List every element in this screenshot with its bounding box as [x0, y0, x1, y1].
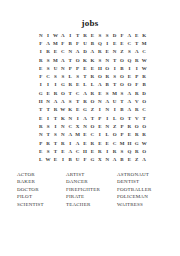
grid-cell-r7c8[interactable]: L	[89, 81, 96, 89]
grid-cell-r12c8[interactable]: O	[89, 122, 96, 130]
grid-cell-r14c14[interactable]: G	[133, 139, 140, 147]
grid-cell-r1c14[interactable]: E	[133, 31, 140, 39]
word-item-scientist[interactable]: SCIENTIST	[17, 201, 66, 208]
grid-cell-r5c1[interactable]: E	[37, 64, 44, 72]
grid-cell-r3c10[interactable]: E	[104, 48, 111, 56]
grid-cell-r12c3[interactable]: I	[52, 122, 59, 130]
grid-cell-r13c6[interactable]: M	[74, 131, 81, 139]
grid-cell-r12c7[interactable]: N	[81, 122, 88, 130]
grid-cell-r14c5[interactable]: I	[67, 139, 74, 147]
grid-cell-r5c6[interactable]: P	[74, 64, 81, 72]
grid-cell-r16c7[interactable]: F	[81, 155, 88, 163]
grid-cell-r3c14[interactable]: A	[133, 48, 140, 56]
word-item-footballer[interactable]: FOOTBALLER	[117, 186, 173, 193]
word-item-pirate[interactable]: PIRATE	[66, 193, 117, 200]
grid-cell-r15c2[interactable]: S	[44, 147, 51, 155]
grid-cell-r8c3[interactable]: R	[52, 89, 59, 97]
word-item-pilot[interactable]: PILOT	[17, 193, 66, 200]
grid-cell-r5c9[interactable]: H	[96, 64, 103, 72]
grid-cell-r12c12[interactable]: P	[118, 122, 125, 130]
grid-cell-r8c5[interactable]: T	[67, 89, 74, 97]
grid-cell-r1c1[interactable]: N	[37, 31, 44, 39]
grid-cell-r12c4[interactable]: N	[59, 122, 66, 130]
grid-cell-r14c2[interactable]: R	[44, 139, 51, 147]
grid-cell-r11c14[interactable]: V	[133, 114, 140, 122]
grid-cell-r9c4[interactable]: A	[59, 97, 66, 105]
grid-cell-r11c7[interactable]: A	[81, 114, 88, 122]
grid-cell-r4c3[interactable]: M	[52, 56, 59, 64]
grid-cell-r2c10[interactable]: I	[104, 39, 111, 47]
grid-cell-r10c9[interactable]: I	[96, 106, 103, 114]
word-item-baker[interactable]: BAKER	[17, 178, 66, 185]
grid-cell-r6c1[interactable]: F	[37, 72, 44, 80]
grid-cell-r16c12[interactable]: B	[118, 155, 125, 163]
grid-cell-r5c4[interactable]: N	[59, 64, 66, 72]
grid-cell-r1c15[interactable]: K	[140, 31, 147, 39]
grid-cell-r14c10[interactable]: E	[104, 139, 111, 147]
grid-cell-r12c2[interactable]: S	[44, 122, 51, 130]
grid-cell-r13c4[interactable]: N	[59, 131, 66, 139]
grid-cell-r16c3[interactable]: E	[52, 155, 59, 163]
grid-cell-r13c14[interactable]: R	[133, 131, 140, 139]
grid-cell-r14c9[interactable]: E	[96, 139, 103, 147]
grid-cell-r2c14[interactable]: T	[133, 39, 140, 47]
word-item-policeman[interactable]: POLICEMAN	[117, 193, 173, 200]
grid-cell-r6c12[interactable]: O	[118, 72, 125, 80]
word-list-column-1: ACTORBAKERDOCTORPILOTSCIENTIST	[17, 171, 66, 208]
grid-cell-r9c10[interactable]: A	[104, 97, 111, 105]
grid-cell-r15c13[interactable]: Q	[126, 147, 133, 155]
grid-cell-r10c5[interactable]: K	[67, 106, 74, 114]
grid-cell-r14c7[interactable]: E	[81, 139, 88, 147]
grid-cell-r11c6[interactable]: I	[74, 114, 81, 122]
grid-cell-r1c8[interactable]: E	[89, 31, 96, 39]
grid-cell-r9c5[interactable]: S	[67, 97, 74, 105]
grid-cell-r3c15[interactable]: C	[140, 48, 147, 56]
grid-cell-r9c7[interactable]: R	[81, 97, 88, 105]
grid-cell-r4c2[interactable]: S	[44, 56, 51, 64]
grid-cell-r11c3[interactable]: T	[52, 114, 59, 122]
grid-cell-r6c8[interactable]: R	[89, 72, 96, 80]
grid-cell-r13c12[interactable]: P	[118, 131, 125, 139]
grid-cell-r16c9[interactable]: X	[96, 155, 103, 163]
grid-cell-r12c15[interactable]: O	[140, 122, 147, 130]
grid-cell-r3c2[interactable]: R	[44, 48, 51, 56]
grid-cell-r14c8[interactable]: R	[89, 139, 96, 147]
grid-cell-r10c12[interactable]: B	[118, 106, 125, 114]
grid-cell-r14c3[interactable]: T	[52, 139, 59, 147]
word-item-doctor[interactable]: DOCTOR	[17, 186, 66, 193]
grid-cell-r6c15[interactable]: R	[140, 72, 147, 80]
grid-cell-r16c15[interactable]: A	[140, 155, 147, 163]
grid-cell-r11c1[interactable]: E	[37, 114, 44, 122]
grid-cell-r6c9[interactable]: O	[96, 72, 103, 80]
grid-cell-r2c12[interactable]: E	[118, 39, 125, 47]
grid-cell-r4c4[interactable]: A	[59, 56, 66, 64]
word-item-actor[interactable]: ACTOR	[17, 171, 66, 178]
grid-cell-r14c12[interactable]: M	[118, 139, 125, 147]
grid-cell-r10c8[interactable]: Z	[89, 106, 96, 114]
grid-cell-r6c14[interactable]: P	[133, 72, 140, 80]
grid-cell-r1c3[interactable]: W	[52, 31, 59, 39]
grid-cell-r11c8[interactable]: T	[89, 114, 96, 122]
grid-cell-r12c5[interactable]: C	[67, 122, 74, 130]
grid-cell-r9c13[interactable]: A	[126, 97, 133, 105]
grid-cell-r5c7[interactable]: E	[81, 64, 88, 72]
grid-cell-r3c8[interactable]: A	[89, 48, 96, 56]
grid-cell-r3c7[interactable]: D	[81, 48, 88, 56]
grid-cell-r13c15[interactable]: R	[140, 131, 147, 139]
grid-cell-r8c9[interactable]: E	[96, 89, 103, 97]
grid-cell-r14c6[interactable]: A	[74, 139, 81, 147]
grid-cell-r13c7[interactable]: E	[81, 131, 88, 139]
grid-cell-r10c11[interactable]: I	[111, 106, 118, 114]
grid-cell-r4c14[interactable]: R	[133, 56, 140, 64]
grid-cell-r1c7[interactable]: R	[81, 31, 88, 39]
word-item-teacher[interactable]: TEACHER	[66, 201, 117, 208]
grid-cell-r9c1[interactable]: H	[37, 97, 44, 105]
word-item-artist[interactable]: ARTIST	[66, 171, 117, 178]
grid-cell-r1c2[interactable]: I	[44, 31, 51, 39]
grid-cell-r14c15[interactable]: W	[140, 139, 147, 147]
grid-cell-r16c5[interactable]: B	[67, 155, 74, 163]
grid-cell-r3c1[interactable]: I	[37, 48, 44, 56]
grid-cell-r9c3[interactable]: A	[52, 97, 59, 105]
grid-cell-r11c13[interactable]: T	[126, 114, 133, 122]
grid-cell-r4c7[interactable]: K	[81, 56, 88, 64]
grid-cell-r8c10[interactable]: S	[104, 89, 111, 97]
grid-cell-r5c11[interactable]: I	[111, 64, 118, 72]
grid-cell-r2c7[interactable]: U	[81, 39, 88, 47]
grid-cell-r15c12[interactable]: S	[118, 147, 125, 155]
grid-cell-r6c13[interactable]: E	[126, 72, 133, 80]
grid-cell-r8c4[interactable]: O	[59, 89, 66, 97]
word-list-column-2: ARTISTDANCERFIREFIGHTERPIRATETEACHER	[66, 171, 117, 208]
grid-cell-r15c9[interactable]: R	[96, 147, 103, 155]
grid-cell-r12c13[interactable]: R	[126, 122, 133, 130]
grid-cell-r7c3[interactable]: I	[52, 81, 59, 89]
grid-cell-r10c10[interactable]: N	[104, 106, 111, 114]
grid-cell-r11c5[interactable]: N	[67, 114, 74, 122]
grid-cell-r3c6[interactable]: A	[74, 48, 81, 56]
grid-cell-r6c7[interactable]: T	[81, 72, 88, 80]
grid-cell-r15c10[interactable]: I	[104, 147, 111, 155]
grid-cell-r2c9[interactable]: Q	[96, 39, 103, 47]
grid-cell-r1c10[interactable]: S	[104, 31, 111, 39]
grid-cell-r10c6[interactable]: E	[74, 106, 81, 114]
grid-cell-r15c4[interactable]: E	[59, 147, 66, 155]
word-list-column-3: ASTRONAUTDENTISTFOOTBALLERPOLICEMANWAITR…	[117, 171, 173, 208]
grid-cell-r9c15[interactable]: O	[140, 97, 147, 105]
grid-cell-r9c11[interactable]: U	[111, 97, 118, 105]
grid-cell-r10c1[interactable]: T	[37, 106, 44, 114]
grid-cell-r15c3[interactable]: T	[52, 147, 59, 155]
grid-cell-r16c8[interactable]: G	[89, 155, 96, 163]
grid-cell-r3c13[interactable]: S	[126, 48, 133, 56]
grid-cell-r12c6[interactable]: X	[74, 122, 81, 130]
grid-cell-r7c5[interactable]: R	[67, 81, 74, 89]
grid-cell-r8c14[interactable]: R	[133, 89, 140, 97]
grid-cell-r12c14[interactable]: O	[133, 122, 140, 130]
grid-cell-r3c5[interactable]: N	[67, 48, 74, 56]
grid-cell-r10c15[interactable]: C	[140, 106, 147, 114]
grid-cell-r15c6[interactable]: C	[74, 147, 81, 155]
grid-cell-r10c4[interactable]: W	[59, 106, 66, 114]
grid-cell-r6c10[interactable]: R	[104, 72, 111, 80]
grid-cell-r10c7[interactable]: G	[81, 106, 88, 114]
grid-cell-r16c1[interactable]: L	[37, 155, 44, 163]
grid-cell-r4c8[interactable]: K	[89, 56, 96, 64]
grid-cell-r2c5[interactable]: B	[67, 39, 74, 47]
grid-cell-r13c8[interactable]: C	[89, 131, 96, 139]
grid-cell-r6c5[interactable]: L	[67, 72, 74, 80]
grid-cell-r8c8[interactable]: R	[89, 89, 96, 97]
grid-cell-r4c9[interactable]: S	[96, 56, 103, 64]
grid-cell-r10c14[interactable]: R	[133, 106, 140, 114]
grid-cell-r7c4[interactable]: G	[59, 81, 66, 89]
grid-cell-r10c3[interactable]: R	[52, 106, 59, 114]
grid-cell-r10c2[interactable]: T	[44, 106, 51, 114]
grid-cell-r13c13[interactable]: E	[126, 131, 133, 139]
grid-cell-r11c10[interactable]: I	[104, 114, 111, 122]
grid-cell-r6c6[interactable]: S	[74, 72, 81, 80]
grid-cell-r14c4[interactable]: R	[59, 139, 66, 147]
grid-cell-r9c8[interactable]: O	[89, 97, 96, 105]
grid-cell-r13c5[interactable]: A	[67, 131, 74, 139]
grid-cell-r7c2[interactable]: I	[44, 81, 51, 89]
word-item-astronaut[interactable]: ASTRONAUT	[117, 171, 173, 178]
grid-cell-r2c2[interactable]: A	[44, 39, 51, 47]
grid-cell-r1c11[interactable]: D	[111, 31, 118, 39]
grid-cell-r7c7[interactable]: L	[81, 81, 88, 89]
grid-cell-r5c10[interactable]: O	[104, 64, 111, 72]
grid-cell-r5c12[interactable]: B	[118, 64, 125, 72]
grid-cell-r13c10[interactable]: L	[104, 131, 111, 139]
grid-cell-r12c9[interactable]: E	[96, 122, 103, 130]
grid-cell-r2c8[interactable]: B	[89, 39, 96, 47]
grid-cell-r8c7[interactable]: A	[81, 89, 88, 97]
grid-cell-r3c12[interactable]: Z	[118, 48, 125, 56]
grid-cell-r11c15[interactable]: T	[140, 114, 147, 122]
grid-cell-r7c9[interactable]: A	[96, 81, 103, 89]
word-item-dentist[interactable]: DENTIST	[117, 178, 173, 185]
grid-cell-r9c14[interactable]: V	[133, 97, 140, 105]
grid-cell-r5c8[interactable]: E	[89, 64, 96, 72]
grid-cell-r13c3[interactable]: S	[52, 131, 59, 139]
word-item-firefighter[interactable]: FIREFIGHTER	[66, 186, 117, 193]
grid-cell-r11c4[interactable]: K	[59, 114, 66, 122]
grid-cell-r6c4[interactable]: S	[59, 72, 66, 80]
grid-cell-r7c6[interactable]: E	[74, 81, 81, 89]
grid-cell-r2c3[interactable]: M	[52, 39, 59, 47]
grid-cell-r1c5[interactable]: I	[67, 31, 74, 39]
grid-cell-r6c2[interactable]: C	[44, 72, 51, 80]
grid-cell-r5c14[interactable]: I	[133, 64, 140, 72]
grid-cell-r12c11[interactable]: Z	[111, 122, 118, 130]
grid-cell-r5c3[interactable]: U	[52, 64, 59, 72]
grid-cell-r12c10[interactable]: N	[104, 122, 111, 130]
grid-cell-r4c1[interactable]: R	[37, 56, 44, 64]
grid-cell-r2c13[interactable]: C	[126, 39, 133, 47]
grid-cell-r7c13[interactable]: O	[126, 81, 133, 89]
grid-cell-r16c4[interactable]: I	[59, 155, 66, 163]
grid-cell-r8c15[interactable]: D	[140, 89, 147, 97]
grid-cell-r8c12[interactable]: S	[118, 89, 125, 97]
grid-cell-r7c10[interactable]: B	[104, 81, 111, 89]
grid-cell-r11c12[interactable]: O	[118, 114, 125, 122]
grid-cell-r15c1[interactable]: E	[37, 147, 44, 155]
word-list: ACTORBAKERDOCTORPILOTSCIENTIST ARTISTDAN…	[17, 171, 173, 208]
word-item-dancer[interactable]: DANCER	[66, 178, 117, 185]
grid-cell-r9c6[interactable]: T	[74, 97, 81, 105]
grid-cell-r9c12[interactable]: T	[118, 97, 125, 105]
grid-cell-r11c2[interactable]: I	[44, 114, 51, 122]
grid-cell-r7c15[interactable]: B	[140, 81, 147, 89]
grid-cell-r1c13[interactable]: A	[126, 31, 133, 39]
grid-cell-r2c1[interactable]: F	[37, 39, 44, 47]
grid-cell-r15c7[interactable]: H	[81, 147, 88, 155]
grid-cell-r3c3[interactable]: E	[52, 48, 59, 56]
grid-cell-r1c12[interactable]: F	[118, 31, 125, 39]
grid-cell-r1c9[interactable]: S	[96, 31, 103, 39]
grid-cell-r14c13[interactable]: H	[126, 139, 133, 147]
grid-cell-r7c1[interactable]: I	[37, 81, 44, 89]
grid-cell-r1c4[interactable]: A	[59, 31, 66, 39]
grid-cell-r4c11[interactable]: T	[111, 56, 118, 64]
grid-cell-r16c10[interactable]: N	[104, 155, 111, 163]
grid-cell-r15c5[interactable]: A	[67, 147, 74, 155]
grid-cell-r4c10[interactable]: N	[104, 56, 111, 64]
grid-cell-r8c1[interactable]: G	[37, 89, 44, 97]
word-search-grid: NIWAITRESSDFAEKFAMFBFUBQIEECTMIRECNADARE…	[37, 31, 148, 164]
grid-cell-r5c15[interactable]: W	[140, 64, 147, 72]
grid-cell-r3c4[interactable]: C	[59, 48, 66, 56]
grid-cell-r4c12[interactable]: O	[118, 56, 125, 64]
grid-cell-r10c13[interactable]: A	[126, 106, 133, 114]
grid-cell-r6c3[interactable]: S	[52, 72, 59, 80]
puzzle-title: jobs	[0, 18, 180, 28]
grid-cell-r13c9[interactable]: I	[96, 131, 103, 139]
grid-cell-r12c1[interactable]: R	[37, 122, 44, 130]
grid-cell-r2c6[interactable]: F	[74, 39, 81, 47]
grid-cell-r16c2[interactable]: W	[44, 155, 51, 163]
grid-cell-r8c13[interactable]: A	[126, 89, 133, 97]
grid-cell-r7c14[interactable]: F	[133, 81, 140, 89]
grid-cell-r15c14[interactable]: R	[133, 147, 140, 155]
grid-cell-r16c13[interactable]: E	[126, 155, 133, 163]
grid-cell-r5c5[interactable]: P	[67, 64, 74, 72]
grid-cell-r15c11[interactable]: R	[111, 147, 118, 155]
grid-cell-r8c6[interactable]: C	[74, 89, 81, 97]
grid-cell-r6c11[interactable]: S	[111, 72, 118, 80]
grid-cell-r14c11[interactable]: C	[111, 139, 118, 147]
grid-cell-r1c6[interactable]: T	[74, 31, 81, 39]
grid-cell-r13c1[interactable]: N	[37, 131, 44, 139]
grid-cell-r8c2[interactable]: E	[44, 89, 51, 97]
grid-cell-r4c13[interactable]: Q	[126, 56, 133, 64]
grid-cell-r7c11[interactable]: T	[111, 81, 118, 89]
grid-cell-r13c11[interactable]: O	[111, 131, 118, 139]
grid-cell-r4c5[interactable]: T	[67, 56, 74, 64]
grid-cell-r9c9[interactable]: N	[96, 97, 103, 105]
grid-cell-r15c8[interactable]: E	[89, 147, 96, 155]
grid-cell-r8c11[interactable]: M	[111, 89, 118, 97]
grid-cell-r4c15[interactable]: W	[140, 56, 147, 64]
grid-cell-r2c15[interactable]: M	[140, 39, 147, 47]
grid-cell-r2c4[interactable]: F	[59, 39, 66, 47]
word-item-waitress[interactable]: WAITRESS	[117, 201, 173, 208]
grid-cell-r2c11[interactable]: E	[111, 39, 118, 47]
grid-cell-r16c6[interactable]: U	[74, 155, 81, 163]
grid-cell-r13c2[interactable]: T	[44, 131, 51, 139]
grid-cell-r14c1[interactable]: P	[37, 139, 44, 147]
grid-cell-r4c6[interactable]: O	[74, 56, 81, 64]
grid-cell-r3c11[interactable]: N	[111, 48, 118, 56]
grid-cell-r16c14[interactable]: Z	[133, 155, 140, 163]
grid-cell-r15c15[interactable]: O	[140, 147, 147, 155]
grid-cell-r7c12[interactable]: O	[118, 81, 125, 89]
grid-cell-r11c11[interactable]: L	[111, 114, 118, 122]
grid-cell-r5c13[interactable]: I	[126, 64, 133, 72]
grid-cell-r3c9[interactable]: R	[96, 48, 103, 56]
grid-cell-r16c11[interactable]: A	[111, 155, 118, 163]
grid-cell-r11c9[interactable]: P	[96, 114, 103, 122]
grid-cell-r5c2[interactable]: S	[44, 64, 51, 72]
grid-cell-r9c2[interactable]: N	[44, 97, 51, 105]
